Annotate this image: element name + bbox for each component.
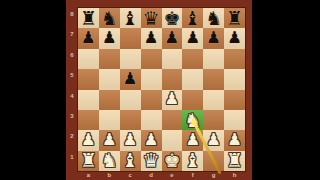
chess-board: ♜♞♝♛♚♝♞♜♟♟♟♟♟♟♟♟♟♞♟♟♟♟♟♟♟♜♞♝♛♚♝♜ [78,8,245,171]
square-d3[interactable] [141,110,162,130]
square-b8[interactable]: ♞ [99,8,120,28]
square-b5[interactable] [99,69,120,89]
black-knight-b8[interactable]: ♞ [101,9,118,28]
board-frame: ♜♞♝♛♚♝♞♜♟♟♟♟♟♟♟♟♟♞♟♟♟♟♟♟♟♜♞♝♛♚♝♜ 8765432… [66,0,252,180]
black-pawn-d7[interactable]: ♟ [144,30,159,47]
rank-label-2: 2 [66,133,78,140]
file-label-g: g [203,171,224,180]
square-a7[interactable]: ♟ [78,28,99,48]
square-g1[interactable] [203,151,224,171]
black-pawn-f7[interactable]: ♟ [185,30,200,47]
square-b7[interactable]: ♟ [99,28,120,48]
white-bishop-c1[interactable]: ♝ [122,151,139,170]
square-h2[interactable]: ♟ [224,130,245,150]
white-knight-b1[interactable]: ♞ [101,151,118,170]
white-king-e1[interactable]: ♚ [163,151,180,170]
square-a8[interactable]: ♜ [78,8,99,28]
rank-label-5: 5 [66,72,78,79]
square-f5[interactable] [182,69,203,89]
black-rook-a8[interactable]: ♜ [80,9,97,28]
rank-label-3: 3 [66,113,78,120]
video-frame: ♜♞♝♛♚♝♞♜♟♟♟♟♟♟♟♟♟♞♟♟♟♟♟♟♟♜♞♝♛♚♝♜ 8765432… [0,0,320,180]
white-pawn-e4[interactable]: ♟ [165,91,180,108]
rank-label-7: 7 [66,31,78,38]
square-c6[interactable] [120,49,141,69]
white-pawn-h2[interactable]: ♟ [227,132,242,149]
white-pawn-g2[interactable]: ♟ [206,132,221,149]
square-e3[interactable] [162,110,183,130]
square-d7[interactable]: ♟ [141,28,162,48]
black-bishop-c8[interactable]: ♝ [122,9,139,28]
square-d8[interactable]: ♛ [141,8,162,28]
black-rook-h8[interactable]: ♜ [226,9,243,28]
square-h3[interactable] [224,110,245,130]
square-a4[interactable] [78,90,99,110]
white-bishop-f1[interactable]: ♝ [184,151,201,170]
white-pawn-a2[interactable]: ♟ [81,132,96,149]
square-a6[interactable] [78,49,99,69]
square-e6[interactable] [162,49,183,69]
white-pawn-b2[interactable]: ♟ [102,132,117,149]
square-g3[interactable] [203,110,224,130]
rank-label-4: 4 [66,93,78,100]
square-c1[interactable]: ♝ [120,151,141,171]
rank-label-8: 8 [66,11,78,18]
square-c7[interactable] [120,28,141,48]
square-b2[interactable]: ♟ [99,130,120,150]
white-pawn-d2[interactable]: ♟ [144,132,159,149]
file-label-b: b [99,171,120,180]
square-a5[interactable] [78,69,99,89]
square-g6[interactable] [203,49,224,69]
file-label-f: f [182,171,203,180]
square-f1[interactable]: ♝ [182,151,203,171]
square-d4[interactable] [141,90,162,110]
square-d2[interactable]: ♟ [141,130,162,150]
black-queen-d8[interactable]: ♛ [143,9,160,28]
square-d6[interactable] [141,49,162,69]
square-e1[interactable]: ♚ [162,151,183,171]
square-f3[interactable]: ♞ [182,110,203,130]
square-g4[interactable] [203,90,224,110]
white-pawn-c2[interactable]: ♟ [123,132,138,149]
square-c2[interactable]: ♟ [120,130,141,150]
square-a3[interactable] [78,110,99,130]
square-e7[interactable]: ♟ [162,28,183,48]
square-b4[interactable] [99,90,120,110]
file-label-h: h [224,171,245,180]
black-king-e8[interactable]: ♚ [163,9,180,28]
square-h6[interactable] [224,49,245,69]
white-knight-f3[interactable]: ♞ [184,111,201,130]
file-label-e: e [162,171,183,180]
file-label-a: a [78,171,99,180]
square-f4[interactable] [182,90,203,110]
square-g2[interactable]: ♟ [203,130,224,150]
square-e8[interactable]: ♚ [162,8,183,28]
black-pawn-h7[interactable]: ♟ [227,30,242,47]
square-e2[interactable] [162,130,183,150]
black-pawn-g7[interactable]: ♟ [206,30,221,47]
black-pawn-a7[interactable]: ♟ [81,30,96,47]
square-h8[interactable]: ♜ [224,8,245,28]
square-b3[interactable] [99,110,120,130]
square-d1[interactable]: ♛ [141,151,162,171]
square-c3[interactable] [120,110,141,130]
square-e4[interactable]: ♟ [162,90,183,110]
square-h5[interactable] [224,69,245,89]
square-f8[interactable]: ♝ [182,8,203,28]
square-c4[interactable] [120,90,141,110]
square-h7[interactable]: ♟ [224,28,245,48]
square-h1[interactable]: ♜ [224,151,245,171]
black-pawn-b7[interactable]: ♟ [102,30,117,47]
square-b1[interactable]: ♞ [99,151,120,171]
black-pawn-c5[interactable]: ♟ [123,71,138,88]
square-c8[interactable]: ♝ [120,8,141,28]
square-a2[interactable]: ♟ [78,130,99,150]
square-h4[interactable] [224,90,245,110]
square-b6[interactable] [99,49,120,69]
file-label-d: d [141,171,162,180]
black-bishop-f8[interactable]: ♝ [184,9,201,28]
square-f7[interactable]: ♟ [182,28,203,48]
rank-label-6: 6 [66,52,78,59]
square-c5[interactable]: ♟ [120,69,141,89]
square-g7[interactable]: ♟ [203,28,224,48]
rank-label-1: 1 [66,154,78,161]
square-g5[interactable] [203,69,224,89]
square-g8[interactable]: ♞ [203,8,224,28]
black-knight-g8[interactable]: ♞ [205,9,222,28]
square-a1[interactable]: ♜ [78,151,99,171]
white-queen-d1[interactable]: ♛ [143,151,160,170]
black-pawn-e7[interactable]: ♟ [165,30,180,47]
square-f6[interactable] [182,49,203,69]
square-d5[interactable] [141,69,162,89]
file-label-c: c [120,171,141,180]
white-rook-a1[interactable]: ♜ [80,151,97,170]
white-pawn-f2[interactable]: ♟ [185,132,200,149]
square-e5[interactable] [162,69,183,89]
square-f2[interactable]: ♟ [182,130,203,150]
white-rook-h1[interactable]: ♜ [226,151,243,170]
